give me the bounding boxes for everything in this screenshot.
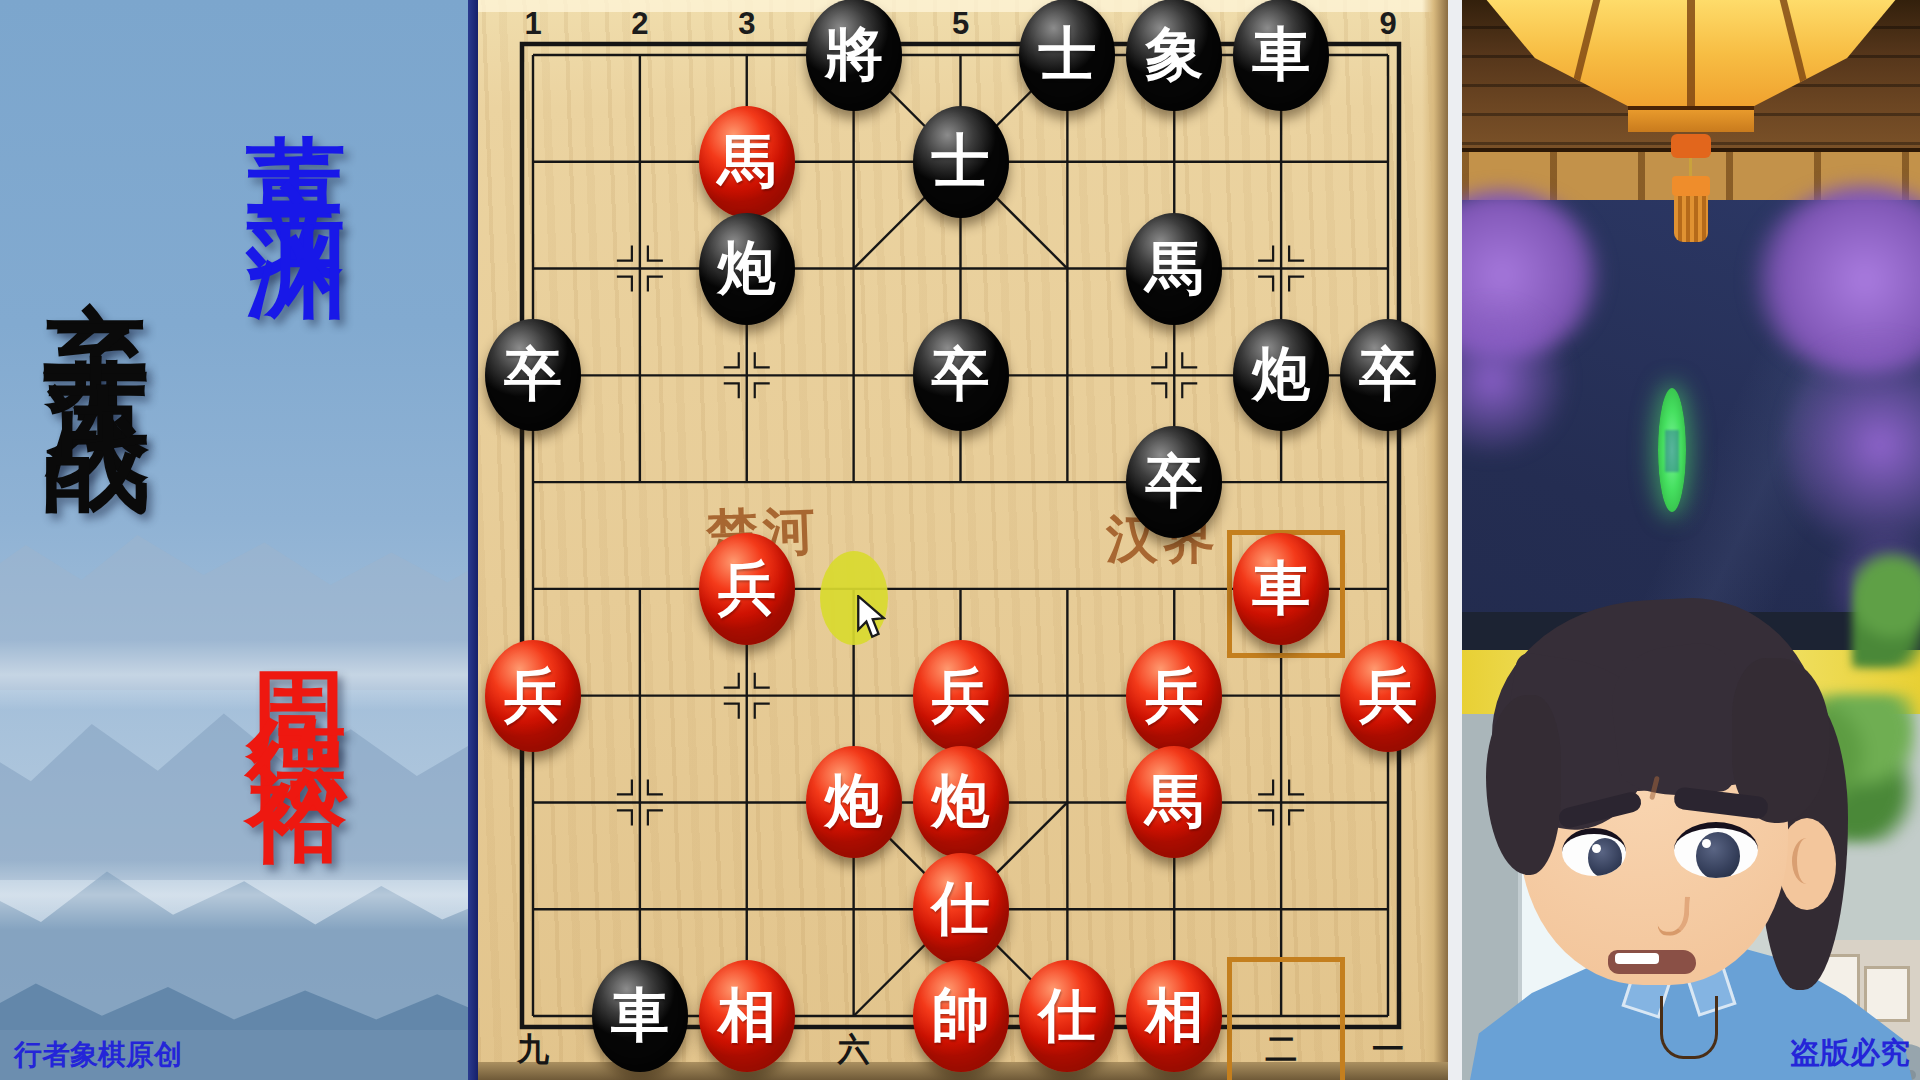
mouse-cursor [856,595,886,643]
piece-red-soldier[interactable]: 兵 [1126,640,1222,752]
panel-divider-left [468,0,478,1080]
file-label-top: 2 [620,6,660,42]
piece-red-soldier[interactable]: 兵 [485,640,581,752]
piece-black-chariot[interactable]: 車 [1233,0,1329,111]
piece-black-soldier[interactable]: 卒 [913,319,1009,431]
file-label-top: 1 [513,6,553,42]
file-label-bottom: 一 [1366,1028,1410,1072]
piece-red-elephant[interactable]: 相 [1126,960,1222,1072]
piece-red-horse[interactable]: 馬 [1126,746,1222,858]
piece-black-chariot[interactable]: 車 [592,960,688,1072]
piece-black-general[interactable]: 將 [806,0,902,111]
eye-glint [1702,839,1711,848]
piece-red-soldier[interactable]: 兵 [1340,640,1436,752]
player-name-red: 周德裕 [247,593,347,725]
piece-red-advisor[interactable]: 仕 [913,853,1009,965]
video-title: 弃子大决战 [44,212,150,352]
lantern-string [1689,158,1692,176]
piece-red-chariot[interactable]: 車 [1233,533,1329,645]
player-name-blue: 董文渊 [247,52,347,184]
file-label-top: 5 [941,6,981,42]
mist-band [0,640,468,710]
piece-red-elephant[interactable]: 相 [699,960,795,1072]
piece-red-soldier[interactable]: 兵 [699,533,795,645]
last-move-highlight [1227,957,1345,1080]
panel-divider-right [1448,0,1462,1080]
piece-black-advisor[interactable]: 士 [913,106,1009,218]
lantern-rim [1628,106,1754,132]
avatar-eye [1562,828,1626,876]
file-label-bottom: 九 [511,1028,555,1072]
piece-red-horse[interactable]: 馬 [699,106,795,218]
piece-black-advisor[interactable]: 士 [1019,0,1115,111]
avatar-hair [1486,695,1561,875]
watermark-bottom-left: 行者象棋原创 [14,1036,182,1074]
avatar-eye [1674,822,1758,878]
eye-glint [1592,844,1601,853]
piece-red-cannon[interactable]: 炮 [913,746,1009,858]
xiangqi-board[interactable]: 楚河 汉界 123456789九八七六五四三二一將士象車馬士炮馬卒卒炮卒卒兵車兵… [478,0,1448,1080]
host-avatar [1462,600,1920,1080]
left-info-panel: 董文渊 周德裕 弃子大决战 行者象棋原创 [0,0,468,1080]
piece-black-cannon[interactable]: 炮 [1233,319,1329,431]
file-label-bottom: 六 [832,1028,876,1072]
green-wind-chime [1658,388,1686,512]
file-label-top: 3 [727,6,767,42]
piece-black-horse[interactable]: 馬 [1126,213,1222,325]
piece-red-cannon[interactable]: 炮 [806,746,902,858]
lantern-rib [1687,0,1695,106]
avatar-teeth [1615,953,1659,964]
piece-red-soldier[interactable]: 兵 [913,640,1009,752]
piece-black-elephant[interactable]: 象 [1126,0,1222,111]
avatar-mouth [1608,950,1696,974]
lantern-tassel-top [1672,176,1710,196]
piece-black-soldier[interactable]: 卒 [1340,319,1436,431]
avatar-iris [1696,832,1740,878]
board-bevel-right [1422,0,1448,1080]
lantern-knob [1671,134,1711,158]
right-scene-panel: 盗版必究 [1462,0,1920,1080]
piece-red-general[interactable]: 帥 [913,960,1009,1072]
mist-band [0,860,468,930]
file-label-top: 9 [1368,6,1408,42]
piece-black-soldier[interactable]: 卒 [1126,426,1222,538]
avatar-necklace [1660,996,1718,1059]
watermark-bottom-right: 盗版必究 [1790,1033,1910,1074]
piece-black-cannon[interactable]: 炮 [699,213,795,325]
lantern-tassel [1674,196,1708,242]
piece-black-soldier[interactable]: 卒 [485,319,581,431]
piece-red-advisor[interactable]: 仕 [1019,960,1115,1072]
